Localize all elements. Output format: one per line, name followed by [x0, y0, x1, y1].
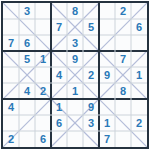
cell-r2c9-given[interactable]: 6: [131, 19, 147, 35]
cell-r1c7-empty[interactable]: [99, 3, 115, 19]
cell-r6c1-empty[interactable]: [3, 83, 19, 99]
cell-r5c6-given[interactable]: 2: [83, 67, 99, 83]
cell-r3c9-empty[interactable]: [131, 35, 147, 51]
cell-r3c7-empty[interactable]: [99, 35, 115, 51]
cell-r4c9-empty[interactable]: [131, 51, 147, 67]
cell-r1c9-empty[interactable]: [131, 3, 147, 19]
cell-r6c4-empty[interactable]: [51, 83, 67, 99]
cell-r8c4-given[interactable]: 6: [51, 115, 67, 131]
cell-r2c4-given[interactable]: 7: [51, 19, 67, 35]
cell-r8c5-empty[interactable]: [67, 115, 83, 131]
cell-r5c5-empty[interactable]: [67, 67, 83, 83]
cell-r3c4-empty[interactable]: [51, 35, 67, 51]
cell-r5c8-empty[interactable]: [115, 67, 131, 83]
sudoku-board: 3827567635197429142184196312267: [1, 1, 149, 149]
cell-r8c3-empty[interactable]: [35, 115, 51, 131]
cell-r4c7-empty[interactable]: [99, 51, 115, 67]
cell-r9c7-given[interactable]: 7: [99, 131, 115, 147]
cell-r1c6-empty[interactable]: [83, 3, 99, 19]
cell-r3c5-given[interactable]: 3: [67, 35, 83, 51]
cell-r6c8-given[interactable]: 8: [115, 83, 131, 99]
cell-r4c1-empty[interactable]: [3, 51, 19, 67]
cell-r2c3-empty[interactable]: [35, 19, 51, 35]
cell-r1c1-empty[interactable]: [3, 3, 19, 19]
cell-r1c4-empty[interactable]: [51, 3, 67, 19]
cell-r5c9-given[interactable]: 1: [131, 67, 147, 83]
cell-r6c3-given[interactable]: 2: [35, 83, 51, 99]
cell-r4c6-empty[interactable]: [83, 51, 99, 67]
cell-r7c5-empty[interactable]: [67, 99, 83, 115]
cell-r8c1-empty[interactable]: [3, 115, 19, 131]
cell-r9c6-empty[interactable]: [83, 131, 99, 147]
cell-r1c5-given[interactable]: 8: [67, 3, 83, 19]
cell-r9c5-empty[interactable]: [67, 131, 83, 147]
cell-r7c2-empty[interactable]: [19, 99, 35, 115]
cell-r2c6-given[interactable]: 5: [83, 19, 99, 35]
cell-r8c8-empty[interactable]: [115, 115, 131, 131]
cell-r7c6-given[interactable]: 9: [83, 99, 99, 115]
cell-r5c7-given[interactable]: 9: [99, 67, 115, 83]
cell-r8c2-empty[interactable]: [19, 115, 35, 131]
cell-r1c2-given[interactable]: 3: [19, 3, 35, 19]
cell-r3c6-empty[interactable]: [83, 35, 99, 51]
cell-r4c2-given[interactable]: 5: [19, 51, 35, 67]
cell-r6c7-empty[interactable]: [99, 83, 115, 99]
cell-r4c5-given[interactable]: 9: [67, 51, 83, 67]
cell-r9c3-given[interactable]: 6: [35, 131, 51, 147]
cell-r6c2-given[interactable]: 4: [19, 83, 35, 99]
cell-r1c3-empty[interactable]: [35, 3, 51, 19]
cell-r5c1-empty[interactable]: [3, 67, 19, 83]
cell-r7c1-given[interactable]: 4: [3, 99, 19, 115]
cell-r8c9-given[interactable]: 2: [131, 115, 147, 131]
cell-r3c2-given[interactable]: 6: [19, 35, 35, 51]
cell-r8c7-given[interactable]: 1: [99, 115, 115, 131]
cell-r2c8-empty[interactable]: [115, 19, 131, 35]
cell-r5c2-empty[interactable]: [19, 67, 35, 83]
cell-r4c8-given[interactable]: 7: [115, 51, 131, 67]
cell-r5c3-empty[interactable]: [35, 67, 51, 83]
cell-r3c8-empty[interactable]: [115, 35, 131, 51]
sudoku-cells-grid: 3827567635197429142184196312267: [3, 3, 147, 147]
cell-r9c9-empty[interactable]: [131, 131, 147, 147]
cell-r4c3-given[interactable]: 1: [35, 51, 51, 67]
cell-r9c8-empty[interactable]: [115, 131, 131, 147]
cell-r2c2-empty[interactable]: [19, 19, 35, 35]
cell-r4c4-empty[interactable]: [51, 51, 67, 67]
cell-r9c1-given[interactable]: 2: [3, 131, 19, 147]
cell-r7c3-empty[interactable]: [35, 99, 51, 115]
cell-r2c7-empty[interactable]: [99, 19, 115, 35]
cell-r9c2-empty[interactable]: [19, 131, 35, 147]
cell-r2c1-empty[interactable]: [3, 19, 19, 35]
cell-r1c8-given[interactable]: 2: [115, 3, 131, 19]
cell-r8c6-given[interactable]: 3: [83, 115, 99, 131]
cell-r2c5-empty[interactable]: [67, 19, 83, 35]
cell-r6c5-given[interactable]: 1: [67, 83, 83, 99]
cell-r3c1-given[interactable]: 7: [3, 35, 19, 51]
cell-r6c6-empty[interactable]: [83, 83, 99, 99]
cell-r5c4-given[interactable]: 4: [51, 67, 67, 83]
cell-r7c4-given[interactable]: 1: [51, 99, 67, 115]
cell-r7c9-empty[interactable]: [131, 99, 147, 115]
cell-r7c7-empty[interactable]: [99, 99, 115, 115]
cell-r6c9-empty[interactable]: [131, 83, 147, 99]
cell-r9c4-empty[interactable]: [51, 131, 67, 147]
cell-r3c3-empty[interactable]: [35, 35, 51, 51]
cell-r7c8-empty[interactable]: [115, 99, 131, 115]
